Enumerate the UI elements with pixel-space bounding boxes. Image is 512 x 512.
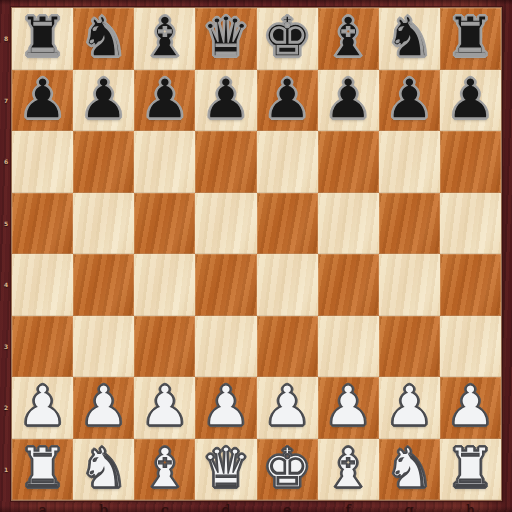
file-label-d: d bbox=[195, 503, 256, 512]
piece-black-pawn: ♟ bbox=[385, 70, 434, 130]
piece-black-pawn: ♟ bbox=[140, 70, 189, 130]
square-d5[interactable] bbox=[195, 193, 256, 255]
piece-black-pawn: ♟ bbox=[201, 70, 250, 130]
rank-label-7: 7 bbox=[0, 70, 12, 132]
square-f7[interactable]: ♟ bbox=[318, 70, 379, 132]
rank-label-6: 6 bbox=[0, 131, 12, 193]
square-a2[interactable]: ♟ bbox=[12, 377, 73, 439]
square-b3[interactable] bbox=[73, 316, 134, 378]
square-c4[interactable] bbox=[134, 254, 195, 316]
file-label-e: e bbox=[257, 503, 318, 512]
square-g5[interactable] bbox=[379, 193, 440, 255]
square-g7[interactable]: ♟ bbox=[379, 70, 440, 132]
square-h4[interactable] bbox=[440, 254, 501, 316]
piece-black-pawn: ♟ bbox=[79, 70, 128, 130]
piece-black-pawn: ♟ bbox=[262, 70, 311, 130]
piece-black-queen: ♛ bbox=[201, 8, 250, 68]
rank-label-3: 3 bbox=[0, 316, 12, 378]
square-h6[interactable] bbox=[440, 131, 501, 193]
piece-white-knight: ♞ bbox=[385, 439, 434, 499]
square-c7[interactable]: ♟ bbox=[134, 70, 195, 132]
square-c1[interactable]: ♝ bbox=[134, 439, 195, 501]
piece-black-knight: ♞ bbox=[79, 8, 128, 68]
square-g8[interactable]: ♞ bbox=[379, 8, 440, 70]
square-g2[interactable]: ♟ bbox=[379, 377, 440, 439]
square-c8[interactable]: ♝ bbox=[134, 8, 195, 70]
rank-label-5: 5 bbox=[0, 193, 12, 255]
piece-black-king: ♚ bbox=[262, 8, 311, 68]
square-a5[interactable] bbox=[12, 193, 73, 255]
piece-white-pawn: ♟ bbox=[324, 377, 373, 437]
square-h1[interactable]: ♜ bbox=[440, 439, 501, 501]
rank-label-4: 4 bbox=[0, 254, 12, 316]
piece-black-pawn: ♟ bbox=[324, 70, 373, 130]
square-e2[interactable]: ♟ bbox=[257, 377, 318, 439]
square-h3[interactable] bbox=[440, 316, 501, 378]
file-label-g: g bbox=[379, 503, 440, 512]
square-e1[interactable]: ♚ bbox=[257, 439, 318, 501]
piece-white-bishop: ♝ bbox=[140, 439, 189, 499]
square-e5[interactable] bbox=[257, 193, 318, 255]
file-label-h: h bbox=[440, 503, 501, 512]
square-d6[interactable] bbox=[195, 131, 256, 193]
piece-white-pawn: ♟ bbox=[446, 377, 495, 437]
square-c3[interactable] bbox=[134, 316, 195, 378]
square-d8[interactable]: ♛ bbox=[195, 8, 256, 70]
piece-black-bishop: ♝ bbox=[324, 8, 373, 68]
piece-white-king: ♚ bbox=[262, 439, 311, 499]
chess-board: ♜♞♝♛♚♝♞♜♟♟♟♟♟♟♟♟♟♟♟♟♟♟♟♟♜♞♝♛♚♝♞♜ bbox=[12, 8, 501, 500]
square-f1[interactable]: ♝ bbox=[318, 439, 379, 501]
square-b6[interactable] bbox=[73, 131, 134, 193]
piece-white-bishop: ♝ bbox=[324, 439, 373, 499]
square-f6[interactable] bbox=[318, 131, 379, 193]
square-d3[interactable] bbox=[195, 316, 256, 378]
piece-white-pawn: ♟ bbox=[140, 377, 189, 437]
square-b8[interactable]: ♞ bbox=[73, 8, 134, 70]
piece-white-knight: ♞ bbox=[79, 439, 128, 499]
piece-white-rook: ♜ bbox=[18, 439, 67, 499]
piece-black-bishop: ♝ bbox=[140, 8, 189, 68]
piece-black-rook: ♜ bbox=[446, 8, 495, 68]
piece-black-rook: ♜ bbox=[18, 8, 67, 68]
square-b5[interactable] bbox=[73, 193, 134, 255]
square-h2[interactable]: ♟ bbox=[440, 377, 501, 439]
square-a8[interactable]: ♜ bbox=[12, 8, 73, 70]
piece-white-queen: ♛ bbox=[201, 439, 250, 499]
square-e3[interactable] bbox=[257, 316, 318, 378]
square-e7[interactable]: ♟ bbox=[257, 70, 318, 132]
square-h5[interactable] bbox=[440, 193, 501, 255]
piece-black-pawn: ♟ bbox=[18, 70, 67, 130]
square-h8[interactable]: ♜ bbox=[440, 8, 501, 70]
piece-white-pawn: ♟ bbox=[79, 377, 128, 437]
square-e8[interactable]: ♚ bbox=[257, 8, 318, 70]
square-h7[interactable]: ♟ bbox=[440, 70, 501, 132]
square-d7[interactable]: ♟ bbox=[195, 70, 256, 132]
square-b2[interactable]: ♟ bbox=[73, 377, 134, 439]
file-label-f: f bbox=[318, 503, 379, 512]
piece-white-pawn: ♟ bbox=[18, 377, 67, 437]
square-d1[interactable]: ♛ bbox=[195, 439, 256, 501]
square-f8[interactable]: ♝ bbox=[318, 8, 379, 70]
square-f2[interactable]: ♟ bbox=[318, 377, 379, 439]
piece-white-pawn: ♟ bbox=[201, 377, 250, 437]
piece-black-knight: ♞ bbox=[385, 8, 434, 68]
piece-white-pawn: ♟ bbox=[385, 377, 434, 437]
square-c6[interactable] bbox=[134, 131, 195, 193]
square-g6[interactable] bbox=[379, 131, 440, 193]
square-d2[interactable]: ♟ bbox=[195, 377, 256, 439]
chess-app-window: 87654321 ♜♞♝♛♚♝♞♜♟♟♟♟♟♟♟♟♟♟♟♟♟♟♟♟♜♞♝♛♚♝♞… bbox=[0, 0, 512, 512]
square-c5[interactable] bbox=[134, 193, 195, 255]
rank-labels: 87654321 bbox=[0, 8, 12, 500]
square-e4[interactable] bbox=[257, 254, 318, 316]
square-a6[interactable] bbox=[12, 131, 73, 193]
square-f3[interactable] bbox=[318, 316, 379, 378]
square-a7[interactable]: ♟ bbox=[12, 70, 73, 132]
piece-black-pawn: ♟ bbox=[446, 70, 495, 130]
rank-label-1: 1 bbox=[0, 439, 12, 501]
piece-white-rook: ♜ bbox=[446, 439, 495, 499]
square-g4[interactable] bbox=[379, 254, 440, 316]
file-label-b: b bbox=[73, 503, 134, 512]
square-c2[interactable]: ♟ bbox=[134, 377, 195, 439]
square-b7[interactable]: ♟ bbox=[73, 70, 134, 132]
piece-white-pawn: ♟ bbox=[262, 377, 311, 437]
file-label-c: c bbox=[134, 503, 195, 512]
file-label-a: a bbox=[12, 503, 73, 512]
rank-label-2: 2 bbox=[0, 377, 12, 439]
square-a4[interactable] bbox=[12, 254, 73, 316]
rank-label-8: 8 bbox=[0, 8, 12, 70]
file-labels: abcdefgh bbox=[12, 503, 501, 512]
square-g1[interactable]: ♞ bbox=[379, 439, 440, 501]
square-a1[interactable]: ♜ bbox=[12, 439, 73, 501]
square-f4[interactable] bbox=[318, 254, 379, 316]
square-e6[interactable] bbox=[257, 131, 318, 193]
square-a3[interactable] bbox=[12, 316, 73, 378]
square-g3[interactable] bbox=[379, 316, 440, 378]
square-b4[interactable] bbox=[73, 254, 134, 316]
square-d4[interactable] bbox=[195, 254, 256, 316]
square-b1[interactable]: ♞ bbox=[73, 439, 134, 501]
square-f5[interactable] bbox=[318, 193, 379, 255]
